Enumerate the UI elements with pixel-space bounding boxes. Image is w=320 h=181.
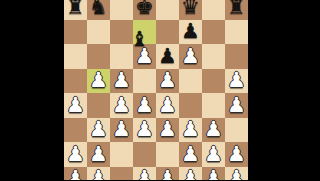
square-e1[interactable]: ♟ xyxy=(156,167,179,181)
white-pawn[interactable]: ♟ xyxy=(158,95,177,116)
square-a4[interactable]: ♟ xyxy=(64,93,87,118)
square-d5[interactable] xyxy=(133,69,156,94)
square-c3[interactable]: ♟ xyxy=(110,118,133,143)
white-pawn[interactable]: ♟ xyxy=(181,168,200,180)
square-f2[interactable]: ♟ xyxy=(179,142,202,167)
square-c2[interactable] xyxy=(110,142,133,167)
white-pawn[interactable]: ♟ xyxy=(227,95,246,116)
square-h3[interactable] xyxy=(225,118,248,143)
black-knight[interactable]: ♞ xyxy=(89,0,108,18)
square-h8[interactable]: ♜ xyxy=(225,0,248,20)
square-f7[interactable]: ♟ xyxy=(179,20,202,45)
black-pawn[interactable]: ♟ xyxy=(158,46,177,67)
square-h7[interactable] xyxy=(225,20,248,45)
square-d8[interactable]: ♚ xyxy=(133,0,156,20)
video-frame: ♜♞♚♛♜♝♟♟♟♟♟♟♟♟♟♟♟♟♟♟♟♟♟♟♟♟♟♟♟♟♟♟♟♟♟♟♟ xyxy=(0,0,320,180)
letterbox-bar-left xyxy=(0,0,64,180)
white-pawn[interactable]: ♟ xyxy=(89,144,108,165)
square-h2[interactable]: ♟ xyxy=(225,142,248,167)
white-pawn[interactable]: ♟ xyxy=(112,119,131,140)
white-pawn[interactable]: ♟ xyxy=(181,119,200,140)
square-e3[interactable]: ♟ xyxy=(156,118,179,143)
square-a6[interactable] xyxy=(64,44,87,69)
square-e7[interactable] xyxy=(156,20,179,45)
white-pawn[interactable]: ♟ xyxy=(135,95,154,116)
square-g8[interactable] xyxy=(202,0,225,20)
white-pawn[interactable]: ♟ xyxy=(158,70,177,91)
square-b5[interactable]: ♟ xyxy=(87,69,110,94)
white-pawn[interactable]: ♟ xyxy=(89,168,108,180)
square-a3[interactable] xyxy=(64,118,87,143)
white-pawn[interactable]: ♟ xyxy=(135,168,154,180)
square-g2[interactable]: ♟ xyxy=(202,142,225,167)
chess-board[interactable]: ♜♞♚♛♜♝♟♟♟♟♟♟♟♟♟♟♟♟♟♟♟♟♟♟♟♟♟♟♟♟♟♟♟♟♟♟♟ xyxy=(64,0,248,180)
black-king[interactable]: ♚ xyxy=(135,0,154,18)
white-pawn[interactable]: ♟ xyxy=(158,168,177,180)
white-pawn[interactable]: ♟ xyxy=(158,119,177,140)
square-c8[interactable] xyxy=(110,0,133,20)
square-h5[interactable]: ♟ xyxy=(225,69,248,94)
white-pawn[interactable]: ♟ xyxy=(112,70,131,91)
square-c1[interactable] xyxy=(110,167,133,181)
square-e2[interactable] xyxy=(156,142,179,167)
white-pawn[interactable]: ♟ xyxy=(66,95,85,116)
white-pawn[interactable]: ♟ xyxy=(227,70,246,91)
white-pawn[interactable]: ♟ xyxy=(89,70,108,91)
white-pawn[interactable]: ♟ xyxy=(89,119,108,140)
square-g5[interactable] xyxy=(202,69,225,94)
square-b2[interactable]: ♟ xyxy=(87,142,110,167)
square-a7[interactable] xyxy=(64,20,87,45)
square-c5[interactable]: ♟ xyxy=(110,69,133,94)
square-d1[interactable]: ♟ xyxy=(133,167,156,181)
square-h1[interactable]: ♟ xyxy=(225,167,248,181)
square-b4[interactable] xyxy=(87,93,110,118)
white-pawn[interactable]: ♟ xyxy=(112,95,131,116)
square-e4[interactable]: ♟ xyxy=(156,93,179,118)
square-d3[interactable]: ♟ xyxy=(133,118,156,143)
square-b3[interactable]: ♟ xyxy=(87,118,110,143)
square-g4[interactable] xyxy=(202,93,225,118)
square-f4[interactable] xyxy=(179,93,202,118)
square-a2[interactable]: ♟ xyxy=(64,142,87,167)
square-f6[interactable]: ♟ xyxy=(179,44,202,69)
square-f5[interactable] xyxy=(179,69,202,94)
letterbox-bar-right xyxy=(248,0,320,180)
square-b1[interactable]: ♟ xyxy=(87,167,110,181)
square-g6[interactable] xyxy=(202,44,225,69)
white-pawn[interactable]: ♟ xyxy=(227,168,246,180)
black-rook[interactable]: ♜ xyxy=(227,0,246,18)
square-g1[interactable]: ♟ xyxy=(202,167,225,181)
square-a8[interactable]: ♜ xyxy=(64,0,87,20)
white-pawn[interactable]: ♟ xyxy=(66,168,85,180)
square-h6[interactable] xyxy=(225,44,248,69)
white-pawn[interactable]: ♟ xyxy=(204,119,223,140)
square-a5[interactable] xyxy=(64,69,87,94)
square-b7[interactable] xyxy=(87,20,110,45)
white-pawn[interactable]: ♟ xyxy=(66,144,85,165)
white-pawn[interactable]: ♟ xyxy=(204,168,223,180)
square-f8[interactable]: ♛ xyxy=(179,0,202,20)
square-e8[interactable] xyxy=(156,0,179,20)
square-b8[interactable]: ♞ xyxy=(87,0,110,20)
square-d4[interactable]: ♟ xyxy=(133,93,156,118)
square-f1[interactable]: ♟ xyxy=(179,167,202,181)
square-e5[interactable]: ♟ xyxy=(156,69,179,94)
square-g3[interactable]: ♟ xyxy=(202,118,225,143)
square-f3[interactable]: ♟ xyxy=(179,118,202,143)
square-a1[interactable]: ♟ xyxy=(64,167,87,181)
square-h4[interactable]: ♟ xyxy=(225,93,248,118)
white-pawn[interactable]: ♟ xyxy=(181,46,200,67)
white-pawn[interactable]: ♟ xyxy=(227,144,246,165)
black-bishop[interactable]: ♝ xyxy=(130,29,149,50)
square-b6[interactable] xyxy=(87,44,110,69)
white-pawn[interactable]: ♟ xyxy=(181,144,200,165)
square-d2[interactable] xyxy=(133,142,156,167)
square-e6[interactable]: ♟ xyxy=(156,44,179,69)
white-pawn[interactable]: ♟ xyxy=(135,119,154,140)
square-c4[interactable]: ♟ xyxy=(110,93,133,118)
black-rook[interactable]: ♜ xyxy=(66,0,85,18)
white-pawn[interactable]: ♟ xyxy=(204,144,223,165)
square-d7[interactable]: ♝ xyxy=(133,20,156,45)
square-g7[interactable] xyxy=(202,20,225,45)
black-pawn[interactable]: ♟ xyxy=(181,21,200,42)
black-queen[interactable]: ♛ xyxy=(181,0,200,18)
